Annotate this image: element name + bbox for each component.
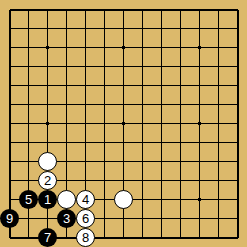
- stone-black-C1-move-7[interactable]: 7: [38, 228, 57, 247]
- stone-white-C5[interactable]: [38, 152, 57, 171]
- stone-white-E2-move-6[interactable]: 6: [76, 209, 95, 228]
- stone-black-C3-move-1[interactable]: 1: [38, 190, 57, 209]
- stone-white-D3[interactable]: [57, 190, 76, 209]
- go-board[interactable]: 251493678: [0, 0, 247, 247]
- stone-black-D2-move-3[interactable]: 3: [57, 209, 76, 228]
- stones-layer[interactable]: 251493678: [0, 0, 247, 247]
- stone-white-E1-move-8[interactable]: 8: [76, 228, 95, 247]
- stone-black-A2-move-9[interactable]: 9: [0, 209, 19, 228]
- stone-white-G3[interactable]: [114, 190, 133, 209]
- stone-white-C4-move-2[interactable]: 2: [38, 171, 57, 190]
- stone-white-E3-move-4[interactable]: 4: [76, 190, 95, 209]
- stone-black-B3-move-5[interactable]: 5: [19, 190, 38, 209]
